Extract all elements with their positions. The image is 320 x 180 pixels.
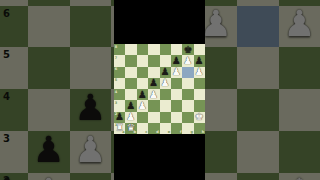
square-b8[interactable] — [125, 44, 136, 55]
square-e5[interactable]: ♟ — [160, 78, 171, 89]
square-d2[interactable] — [148, 112, 159, 123]
video-frame: ♚♟♟♟♟♟♟♟♟♟♟♟♟♟♟♚♜♛ 65432 8♚7♟♟♟6♟♟♟5♟♟4♟… — [0, 0, 320, 180]
square-f2[interactable] — [171, 112, 182, 123]
rank-label-5: 5 — [115, 78, 117, 82]
black-pawn-f7[interactable]: ♟ — [172, 55, 181, 65]
square-c2[interactable] — [137, 112, 148, 123]
rank-label-7: 7 — [115, 56, 117, 60]
black-pawn-c4[interactable]: ♟ — [138, 89, 147, 99]
square-h2[interactable]: ♚ — [194, 112, 205, 123]
square-a5[interactable]: 5 — [114, 78, 125, 89]
black-king-g8[interactable]: ♚ — [183, 44, 192, 54]
file-label-h: h — [202, 130, 205, 134]
black-pawn-h7[interactable]: ♟ — [195, 55, 204, 65]
square-e4[interactable] — [160, 89, 171, 100]
square-a6[interactable]: 6 — [114, 67, 125, 78]
square-g2[interactable] — [182, 112, 193, 123]
file-label-d: d — [156, 130, 159, 134]
square-c3[interactable]: ♟ — [137, 100, 148, 111]
black-pawn-d5[interactable]: ♟ — [149, 78, 158, 88]
file-label-g: g — [190, 130, 193, 134]
square-a7[interactable]: 7 — [114, 55, 125, 66]
square-b6[interactable] — [125, 67, 136, 78]
square-f4[interactable] — [171, 89, 182, 100]
square-e1[interactable]: e — [160, 123, 171, 134]
square-b7[interactable] — [125, 55, 136, 66]
square-h1[interactable]: h — [194, 123, 205, 134]
white-pawn-c3[interactable]: ♟ — [138, 100, 147, 110]
square-c6[interactable] — [137, 67, 148, 78]
square-h5[interactable] — [194, 78, 205, 89]
square-c1[interactable]: c — [137, 123, 148, 134]
square-b5[interactable] — [125, 78, 136, 89]
square-g3[interactable] — [182, 100, 193, 111]
square-h4[interactable] — [194, 89, 205, 100]
white-pawn-b2[interactable]: ♟ — [127, 112, 136, 122]
square-h6[interactable]: ♟ — [194, 67, 205, 78]
black-pawn-e6[interactable]: ♟ — [161, 67, 170, 77]
square-g6[interactable] — [182, 67, 193, 78]
square-d3[interactable] — [148, 100, 159, 111]
square-f1[interactable]: f — [171, 123, 182, 134]
square-c7[interactable] — [137, 55, 148, 66]
black-pawn-a2[interactable]: ♟ — [115, 112, 124, 122]
chessboard: 8♚7♟♟♟6♟♟♟5♟♟4♟♟3♟♟2♟♟♚1a♜b♛cdefgh — [114, 44, 205, 134]
rank-label-6: 6 — [115, 67, 117, 71]
white-queen-b1[interactable]: ♛ — [127, 123, 136, 133]
square-b1[interactable]: b♛ — [125, 123, 136, 134]
square-g4[interactable] — [182, 89, 193, 100]
square-d8[interactable] — [148, 44, 159, 55]
square-a4[interactable]: 4 — [114, 89, 125, 100]
rank-label-4: 4 — [115, 90, 117, 94]
square-e3[interactable] — [160, 100, 171, 111]
square-f6[interactable]: ♟ — [171, 67, 182, 78]
square-g1[interactable]: g — [182, 123, 193, 134]
white-pawn-h6[interactable]: ♟ — [195, 67, 204, 77]
file-label-c: c — [145, 130, 147, 134]
square-e8[interactable] — [160, 44, 171, 55]
white-pawn-e5[interactable]: ♟ — [161, 78, 170, 88]
rank-label-8: 8 — [115, 45, 117, 49]
square-a8[interactable]: 8 — [114, 44, 125, 55]
white-pawn-f6[interactable]: ♟ — [172, 67, 181, 77]
square-g5[interactable] — [182, 78, 193, 89]
square-f3[interactable] — [171, 100, 182, 111]
square-a1[interactable]: 1a♜ — [114, 123, 125, 134]
square-g7[interactable]: ♟ — [182, 55, 193, 66]
white-pawn-d4[interactable]: ♟ — [149, 89, 158, 99]
square-c8[interactable] — [137, 44, 148, 55]
white-rook-a1[interactable]: ♜ — [115, 123, 124, 133]
black-pawn-b3[interactable]: ♟ — [127, 100, 136, 110]
square-e2[interactable] — [160, 112, 171, 123]
square-d1[interactable]: d — [148, 123, 159, 134]
square-d4[interactable]: ♟ — [148, 89, 159, 100]
square-d7[interactable] — [148, 55, 159, 66]
file-label-e: e — [168, 130, 170, 134]
rank-label-3: 3 — [115, 101, 117, 105]
white-pawn-g7[interactable]: ♟ — [183, 55, 192, 65]
white-king-h2[interactable]: ♚ — [195, 112, 204, 122]
square-f5[interactable] — [171, 78, 182, 89]
